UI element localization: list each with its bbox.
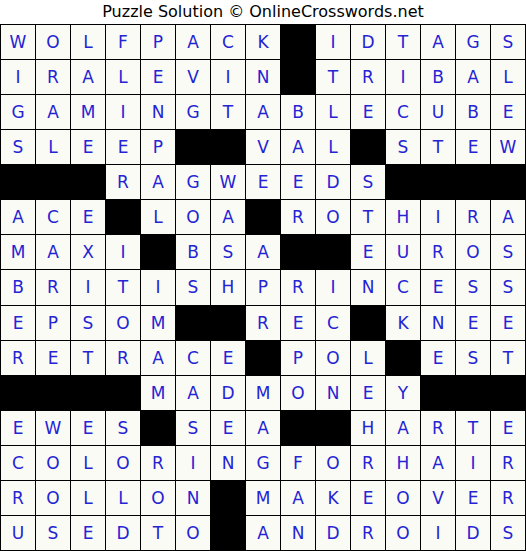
letter-cell: F	[106, 25, 141, 60]
letter-cell: O	[176, 516, 211, 551]
letter-cell: S	[386, 130, 421, 165]
letter-cell: D	[316, 165, 351, 200]
letter-cell: W	[491, 130, 526, 165]
letter-cell: I	[211, 60, 246, 95]
block-cell	[421, 165, 456, 200]
letter-cell: O	[106, 446, 141, 481]
block-cell	[491, 165, 526, 200]
letter-cell: I	[316, 25, 351, 60]
letter-cell: I	[176, 446, 211, 481]
letter-cell: U	[386, 235, 421, 270]
letter-cell: R	[106, 341, 141, 376]
letter-cell: O	[316, 200, 351, 235]
letter-cell: R	[36, 60, 71, 95]
letter-cell: O	[386, 516, 421, 551]
letter-cell: E	[281, 306, 316, 341]
letter-cell: T	[71, 341, 106, 376]
letter-cell: R	[141, 446, 176, 481]
letter-cell: A	[246, 235, 281, 270]
letter-cell: X	[71, 235, 106, 270]
block-cell	[246, 200, 281, 235]
letter-cell: O	[456, 235, 491, 270]
block-cell	[36, 165, 71, 200]
block-cell	[36, 376, 71, 411]
letter-cell: A	[211, 200, 246, 235]
block-cell	[1, 376, 36, 411]
letter-cell: D	[106, 516, 141, 551]
letter-cell: W	[36, 411, 71, 446]
letter-cell: L	[71, 481, 106, 516]
letter-cell: U	[421, 95, 456, 130]
block-cell	[386, 341, 421, 376]
letter-cell: A	[281, 481, 316, 516]
letter-cell: H	[386, 200, 421, 235]
letter-cell: E	[1, 411, 36, 446]
letter-cell: E	[491, 95, 526, 130]
block-cell	[316, 411, 351, 446]
block-cell	[351, 130, 386, 165]
letter-cell: O	[281, 376, 316, 411]
letter-cell: B	[456, 95, 491, 130]
letter-cell: R	[421, 235, 456, 270]
letter-cell: O	[36, 25, 71, 60]
block-cell	[456, 165, 491, 200]
letter-cell: U	[1, 516, 36, 551]
block-cell	[1, 165, 36, 200]
letter-cell: L	[316, 95, 351, 130]
letter-cell: F	[281, 446, 316, 481]
letter-cell: A	[36, 235, 71, 270]
letter-cell: O	[36, 481, 71, 516]
letter-cell: S	[491, 516, 526, 551]
page-title: Puzzle Solution © OnlineCrosswords.net	[0, 0, 526, 24]
letter-cell: S	[456, 341, 491, 376]
letter-cell: H	[211, 270, 246, 305]
letter-cell: D	[456, 516, 491, 551]
letter-cell: B	[281, 95, 316, 130]
letter-cell: E	[351, 376, 386, 411]
block-cell	[141, 235, 176, 270]
letter-cell: E	[211, 411, 246, 446]
puzzle-solution-page: Puzzle Solution © OnlineCrosswords.net W…	[0, 0, 526, 551]
letter-cell: K	[246, 25, 281, 60]
letter-cell: N	[351, 270, 386, 305]
letter-cell: W	[1, 25, 36, 60]
letter-cell: N	[281, 516, 316, 551]
letter-cell: E	[106, 130, 141, 165]
letter-cell: G	[176, 165, 211, 200]
letter-cell: L	[491, 60, 526, 95]
letter-cell: V	[176, 60, 211, 95]
letter-cell: E	[71, 200, 106, 235]
letter-cell: A	[71, 60, 106, 95]
letter-cell: P	[141, 25, 176, 60]
letter-cell: A	[141, 341, 176, 376]
letter-cell: O	[141, 481, 176, 516]
letter-cell: I	[316, 270, 351, 305]
block-cell	[176, 306, 211, 341]
letter-cell: A	[141, 165, 176, 200]
letter-cell: E	[71, 130, 106, 165]
letter-cell: B	[1, 270, 36, 305]
letter-cell: G	[246, 446, 281, 481]
letter-cell: A	[491, 200, 526, 235]
block-cell	[71, 165, 106, 200]
letter-cell: C	[386, 95, 421, 130]
letter-cell: O	[316, 341, 351, 376]
letter-cell: I	[421, 516, 456, 551]
letter-cell: S	[456, 270, 491, 305]
letter-cell: A	[176, 25, 211, 60]
letter-cell: I	[141, 270, 176, 305]
letter-cell: N	[176, 481, 211, 516]
letter-cell: T	[491, 341, 526, 376]
letter-cell: C	[211, 25, 246, 60]
letter-cell: E	[456, 130, 491, 165]
letter-cell: L	[71, 446, 106, 481]
letter-cell: R	[36, 270, 71, 305]
block-cell	[106, 376, 141, 411]
letter-cell: S	[71, 306, 106, 341]
block-cell	[281, 235, 316, 270]
letter-cell: R	[246, 306, 281, 341]
block-cell	[456, 376, 491, 411]
letter-cell: E	[421, 341, 456, 376]
letter-cell: E	[491, 411, 526, 446]
letter-cell: Y	[386, 376, 421, 411]
block-cell	[351, 306, 386, 341]
block-cell	[386, 165, 421, 200]
block-cell	[281, 411, 316, 446]
letter-cell: E	[491, 306, 526, 341]
letter-cell: I	[106, 235, 141, 270]
letter-cell: E	[281, 165, 316, 200]
letter-cell: S	[1, 130, 36, 165]
letter-cell: T	[141, 516, 176, 551]
letter-cell: O	[316, 446, 351, 481]
block-cell	[246, 341, 281, 376]
letter-cell: L	[316, 130, 351, 165]
letter-cell: R	[421, 411, 456, 446]
letter-cell: T	[456, 411, 491, 446]
letter-cell: M	[71, 95, 106, 130]
block-cell	[211, 306, 246, 341]
letter-cell: I	[106, 95, 141, 130]
block-cell	[316, 235, 351, 270]
letter-cell: I	[1, 60, 36, 95]
letter-cell: R	[456, 200, 491, 235]
letter-cell: A	[1, 200, 36, 235]
letter-cell: I	[71, 270, 106, 305]
block-cell	[71, 376, 106, 411]
block-cell	[141, 411, 176, 446]
letter-cell: R	[281, 270, 316, 305]
letter-cell: G	[176, 95, 211, 130]
letter-cell: A	[421, 25, 456, 60]
letter-cell: P	[36, 306, 71, 341]
letter-cell: P	[281, 341, 316, 376]
letter-cell: L	[36, 130, 71, 165]
letter-cell: N	[246, 60, 281, 95]
letter-cell: E	[211, 341, 246, 376]
letter-cell: A	[246, 95, 281, 130]
letter-cell: B	[176, 235, 211, 270]
letter-cell: H	[351, 411, 386, 446]
letter-cell: M	[141, 306, 176, 341]
letter-cell: T	[386, 25, 421, 60]
letter-cell: R	[351, 516, 386, 551]
letter-cell: G	[456, 25, 491, 60]
letter-cell: S	[491, 235, 526, 270]
letter-cell: A	[421, 446, 456, 481]
letter-cell: A	[36, 95, 71, 130]
letter-cell: V	[421, 481, 456, 516]
letter-cell: L	[141, 200, 176, 235]
letter-cell: E	[36, 341, 71, 376]
letter-cell: S	[351, 165, 386, 200]
letter-cell: N	[141, 95, 176, 130]
letter-cell: G	[1, 95, 36, 130]
letter-cell: P	[246, 270, 281, 305]
letter-cell: P	[141, 130, 176, 165]
letter-cell: C	[36, 200, 71, 235]
letter-cell: O	[36, 446, 71, 481]
letter-cell: S	[106, 411, 141, 446]
letter-cell: E	[456, 306, 491, 341]
letter-cell: M	[1, 235, 36, 270]
block-cell	[281, 60, 316, 95]
letter-cell: M	[246, 376, 281, 411]
letter-cell: R	[491, 481, 526, 516]
letter-cell: E	[421, 270, 456, 305]
crossword-grid: WOLFPACKIDTAGSIRALEVINTRIBALGAMINGTABLEC…	[0, 24, 526, 551]
letter-cell: C	[386, 270, 421, 305]
letter-cell: D	[351, 25, 386, 60]
letter-cell: S	[176, 411, 211, 446]
letter-cell: C	[316, 306, 351, 341]
letter-cell: O	[106, 306, 141, 341]
letter-cell: R	[351, 446, 386, 481]
letter-cell: A	[386, 411, 421, 446]
letter-cell: V	[246, 130, 281, 165]
letter-cell: O	[386, 481, 421, 516]
letter-cell: R	[491, 446, 526, 481]
letter-cell: H	[386, 446, 421, 481]
letter-cell: D	[316, 516, 351, 551]
letter-cell: K	[386, 306, 421, 341]
letter-cell: E	[141, 60, 176, 95]
letter-cell: A	[456, 60, 491, 95]
letter-cell: T	[211, 95, 246, 130]
letter-cell: B	[421, 60, 456, 95]
letter-cell: E	[351, 481, 386, 516]
letter-cell: N	[211, 446, 246, 481]
letter-cell: S	[491, 270, 526, 305]
letter-cell: L	[351, 341, 386, 376]
letter-cell: R	[1, 341, 36, 376]
letter-cell: A	[246, 516, 281, 551]
letter-cell: K	[316, 481, 351, 516]
block-cell	[281, 25, 316, 60]
letter-cell: W	[211, 165, 246, 200]
block-cell	[211, 516, 246, 551]
letter-cell: E	[351, 95, 386, 130]
letter-cell: E	[71, 516, 106, 551]
letter-cell: E	[246, 165, 281, 200]
block-cell	[421, 376, 456, 411]
letter-cell: R	[281, 200, 316, 235]
letter-cell: O	[176, 200, 211, 235]
letter-cell: M	[246, 481, 281, 516]
letter-cell: A	[176, 376, 211, 411]
letter-cell: I	[421, 200, 456, 235]
letter-cell: E	[71, 411, 106, 446]
letter-cell: D	[211, 376, 246, 411]
letter-cell: T	[316, 60, 351, 95]
letter-cell: N	[421, 306, 456, 341]
letter-cell: N	[316, 376, 351, 411]
letter-cell: E	[1, 306, 36, 341]
letter-cell: I	[456, 446, 491, 481]
letter-cell: C	[1, 446, 36, 481]
letter-cell: E	[456, 481, 491, 516]
letter-cell: A	[281, 130, 316, 165]
letter-cell: C	[176, 341, 211, 376]
letter-cell: S	[211, 235, 246, 270]
block-cell	[176, 130, 211, 165]
letter-cell: A	[246, 411, 281, 446]
letter-cell: S	[176, 270, 211, 305]
block-cell	[211, 481, 246, 516]
letter-cell: L	[71, 25, 106, 60]
block-cell	[491, 376, 526, 411]
letter-cell: L	[106, 60, 141, 95]
letter-cell: L	[106, 481, 141, 516]
letter-cell: E	[351, 235, 386, 270]
letter-cell: I	[386, 60, 421, 95]
letter-cell: R	[106, 165, 141, 200]
letter-cell: T	[351, 200, 386, 235]
letter-cell: T	[106, 270, 141, 305]
letter-cell: R	[351, 60, 386, 95]
block-cell	[106, 200, 141, 235]
letter-cell: T	[421, 130, 456, 165]
letter-cell: S	[36, 516, 71, 551]
letter-cell: M	[141, 376, 176, 411]
letter-cell: R	[1, 481, 36, 516]
block-cell	[211, 130, 246, 165]
letter-cell: S	[491, 25, 526, 60]
